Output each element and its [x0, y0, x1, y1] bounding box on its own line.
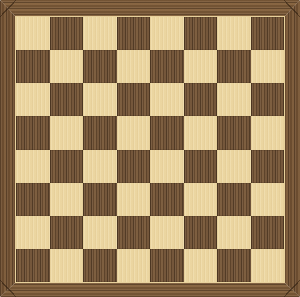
square-c4[interactable] — [83, 150, 117, 183]
square-h4[interactable] — [251, 150, 285, 183]
square-g5[interactable] — [217, 116, 251, 149]
square-h2[interactable] — [251, 216, 285, 249]
square-d2[interactable] — [117, 216, 151, 249]
square-b6[interactable] — [50, 83, 84, 116]
square-g7[interactable] — [217, 50, 251, 83]
square-c1[interactable] — [83, 249, 117, 282]
square-c5[interactable] — [83, 116, 117, 149]
board-grid — [15, 16, 285, 283]
square-d8[interactable] — [117, 17, 151, 50]
square-e2[interactable] — [150, 216, 184, 249]
square-d1[interactable] — [117, 249, 151, 282]
square-b2[interactable] — [50, 216, 84, 249]
square-a8[interactable] — [16, 17, 50, 50]
square-e7[interactable] — [150, 50, 184, 83]
square-g3[interactable] — [217, 183, 251, 216]
square-e8[interactable] — [150, 17, 184, 50]
square-e3[interactable] — [150, 183, 184, 216]
square-a5[interactable] — [16, 116, 50, 149]
square-e1[interactable] — [150, 249, 184, 282]
square-f7[interactable] — [184, 50, 218, 83]
square-a6[interactable] — [16, 83, 50, 116]
square-a4[interactable] — [16, 150, 50, 183]
square-e6[interactable] — [150, 83, 184, 116]
square-a3[interactable] — [16, 183, 50, 216]
square-h6[interactable] — [251, 83, 285, 116]
square-b3[interactable] — [50, 183, 84, 216]
square-d6[interactable] — [117, 83, 151, 116]
square-a1[interactable] — [16, 249, 50, 282]
square-f5[interactable] — [184, 116, 218, 149]
square-f1[interactable] — [184, 249, 218, 282]
square-c2[interactable] — [83, 216, 117, 249]
square-b5[interactable] — [50, 116, 84, 149]
square-b8[interactable] — [50, 17, 84, 50]
square-e4[interactable] — [150, 150, 184, 183]
square-e5[interactable] — [150, 116, 184, 149]
square-g4[interactable] — [217, 150, 251, 183]
square-f4[interactable] — [184, 150, 218, 183]
square-c7[interactable] — [83, 50, 117, 83]
square-f6[interactable] — [184, 83, 218, 116]
square-f3[interactable] — [184, 183, 218, 216]
square-h1[interactable] — [251, 249, 285, 282]
square-d7[interactable] — [117, 50, 151, 83]
square-h8[interactable] — [251, 17, 285, 50]
square-h3[interactable] — [251, 183, 285, 216]
square-f2[interactable] — [184, 216, 218, 249]
square-h7[interactable] — [251, 50, 285, 83]
square-a2[interactable] — [16, 216, 50, 249]
square-b1[interactable] — [50, 249, 84, 282]
square-g6[interactable] — [217, 83, 251, 116]
square-b4[interactable] — [50, 150, 84, 183]
square-c6[interactable] — [83, 83, 117, 116]
square-g1[interactable] — [217, 249, 251, 282]
square-c3[interactable] — [83, 183, 117, 216]
square-d4[interactable] — [117, 150, 151, 183]
square-f8[interactable] — [184, 17, 218, 50]
square-g2[interactable] — [217, 216, 251, 249]
square-d5[interactable] — [117, 116, 151, 149]
square-b7[interactable] — [50, 50, 84, 83]
square-c8[interactable] — [83, 17, 117, 50]
square-d3[interactable] — [117, 183, 151, 216]
square-h5[interactable] — [251, 116, 285, 149]
square-a7[interactable] — [16, 50, 50, 83]
chess-board — [0, 0, 300, 297]
square-g8[interactable] — [217, 17, 251, 50]
